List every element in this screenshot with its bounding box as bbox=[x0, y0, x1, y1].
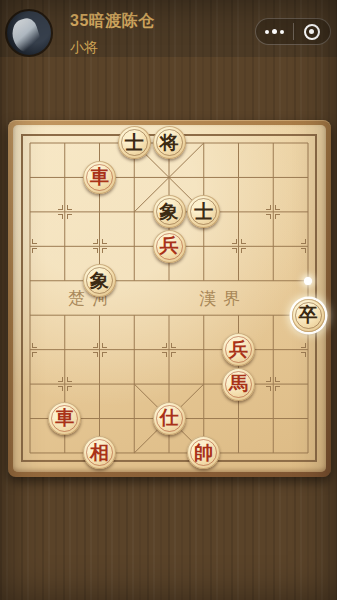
xiangqi-app-screen: 35暗渡陈仓 小将 楚河 漢界 士将車象士兵象卒兵馬車仕相帥 bbox=[0, 0, 337, 600]
piece-red-elephant[interactable]: 相 bbox=[83, 436, 116, 469]
piece-red-chariot[interactable]: 車 bbox=[48, 402, 81, 435]
board-cell: 兵 bbox=[221, 332, 256, 366]
piece-black-advisor[interactable]: 士 bbox=[118, 126, 151, 159]
level-title: 35暗渡陈仓 bbox=[70, 11, 155, 32]
board-cell: 象 bbox=[82, 264, 117, 298]
piece-red-horse[interactable]: 馬 bbox=[222, 368, 255, 401]
board-grid: 士将車象士兵象卒兵馬車仕相帥 bbox=[13, 126, 326, 470]
board-cell: 兵 bbox=[152, 229, 187, 263]
more-dots-icon bbox=[265, 29, 284, 34]
board-cell: 将 bbox=[152, 126, 187, 160]
avatar-art bbox=[8, 16, 43, 56]
board-cell: 馬 bbox=[221, 367, 256, 401]
piece-black-advisor[interactable]: 士 bbox=[187, 195, 220, 228]
player-avatar[interactable] bbox=[5, 9, 53, 57]
piece-red-soldier[interactable]: 兵 bbox=[222, 333, 255, 366]
piece-black-elephant[interactable]: 象 bbox=[153, 195, 186, 228]
board-cell: 車 bbox=[82, 160, 117, 194]
piece-red-advisor[interactable]: 仕 bbox=[153, 402, 186, 435]
board-cell: 仕 bbox=[152, 401, 187, 435]
header-bar: 35暗渡陈仓 小将 bbox=[0, 0, 337, 60]
more-button[interactable] bbox=[256, 19, 293, 44]
board-panel: 楚河 漢界 士将車象士兵象卒兵馬車仕相帥 bbox=[8, 120, 331, 477]
title-block: 35暗渡陈仓 小将 bbox=[70, 11, 155, 57]
board-cell: 卒 bbox=[291, 298, 326, 332]
board-cell: 車 bbox=[47, 401, 82, 435]
board-cell: 象 bbox=[152, 195, 187, 229]
board-cell: 士 bbox=[186, 195, 221, 229]
board-surface[interactable]: 楚河 漢界 士将車象士兵象卒兵馬車仕相帥 bbox=[13, 125, 326, 472]
board-cell: 士 bbox=[117, 126, 152, 160]
piece-black-soldier[interactable]: 卒 bbox=[292, 299, 325, 332]
piece-red-chariot[interactable]: 車 bbox=[83, 161, 116, 194]
board-cell: 帥 bbox=[186, 436, 221, 470]
piece-black-elephant[interactable]: 象 bbox=[83, 264, 116, 297]
miniprogram-capsule bbox=[255, 18, 331, 45]
board-cell: 相 bbox=[82, 436, 117, 470]
target-circle-icon bbox=[304, 24, 320, 40]
exit-button[interactable] bbox=[294, 19, 331, 44]
rank-subtitle: 小将 bbox=[70, 39, 155, 57]
piece-red-soldier[interactable]: 兵 bbox=[153, 230, 186, 263]
piece-black-general[interactable]: 将 bbox=[153, 126, 186, 159]
footer-bar: 锦 15 求助 30步 bbox=[0, 530, 337, 600]
piece-red-general[interactable]: 帥 bbox=[187, 436, 220, 469]
